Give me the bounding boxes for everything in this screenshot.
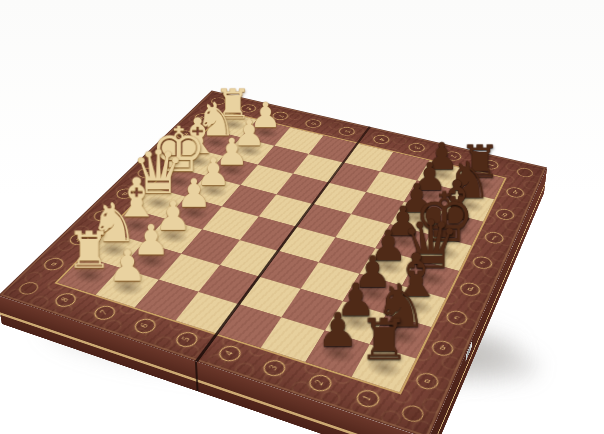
border-label-far-8: 8 xyxy=(238,103,258,113)
border-label-front-4: 4 xyxy=(216,343,244,363)
border-label-left-a: a xyxy=(40,256,67,272)
border-label-right-b: b xyxy=(429,338,455,358)
border-label-right-g: g xyxy=(494,207,516,221)
border-label-far-5: 5 xyxy=(337,126,357,137)
corner-ornament xyxy=(209,96,228,105)
scene: ♜♟♟♜♞♟♟♞♝♟♟♝♚♟♟♚♛♟♟♛♝♟♟♝♞♟♟♞♜♟♟♜ 8765432… xyxy=(0,0,604,434)
corner-ornament xyxy=(15,280,41,296)
border-label-far-2: 2 xyxy=(443,150,464,162)
border-label-far-1: 1 xyxy=(480,158,501,170)
border-label-left-f: f xyxy=(155,147,177,159)
border-label-front-6: 6 xyxy=(131,316,159,335)
board-top-surface: ♜♟♟♜♞♟♟♞♝♟♟♝♚♟♟♚♛♟♟♛♝♟♟♝♞♟♟♞♜♟♟♜ 8765432… xyxy=(0,90,547,434)
border-label-left-h: h xyxy=(192,112,213,123)
chess-board: ♜♟♟♜♞♟♟♞♝♟♟♝♚♟♟♚♛♟♟♛♝♟♟♝♞♟♟♞♜♟♟♜ 8765432… xyxy=(0,90,547,434)
corner-ornament xyxy=(515,166,534,178)
border-label-far-4: 4 xyxy=(371,133,391,144)
product-photo: ♜♟♟♜♞♟♟♞♝♟♟♝♚♟♟♚♛♟♟♛♝♟♟♝♞♟♟♞♜♟♟♜ 8765432… xyxy=(0,0,604,434)
border-label-right-h: h xyxy=(505,186,526,199)
border-label-left-c: c xyxy=(90,208,115,222)
border-label-left-e: e xyxy=(135,166,158,178)
border-label-left-g: g xyxy=(174,129,196,140)
border-label-front-8: 8 xyxy=(51,291,79,308)
border-label-front-3: 3 xyxy=(260,358,289,379)
border-label-right-d: d xyxy=(458,280,482,297)
front-fold-seam xyxy=(195,361,199,392)
border-label-left-d: d xyxy=(113,187,137,200)
border-label-left-b: b xyxy=(66,231,92,246)
border-label-front-2: 2 xyxy=(306,372,335,393)
border-label-right-a: a xyxy=(413,370,441,391)
border-label-far-6: 6 xyxy=(303,118,323,129)
border-label-far-7: 7 xyxy=(270,110,290,121)
border-label-right-c: c xyxy=(444,308,469,326)
border-label-right-f: f xyxy=(483,230,506,245)
border-label-front-5: 5 xyxy=(173,330,201,349)
border-label-front-7: 7 xyxy=(91,303,119,321)
border-label-front-1: 1 xyxy=(353,387,382,409)
square-b2: ♟ xyxy=(120,242,181,279)
corner-ornament xyxy=(399,403,426,424)
border-label-far-3: 3 xyxy=(406,142,427,154)
border-label-right-e: e xyxy=(471,254,495,270)
square-f8: ♝ xyxy=(430,211,483,245)
